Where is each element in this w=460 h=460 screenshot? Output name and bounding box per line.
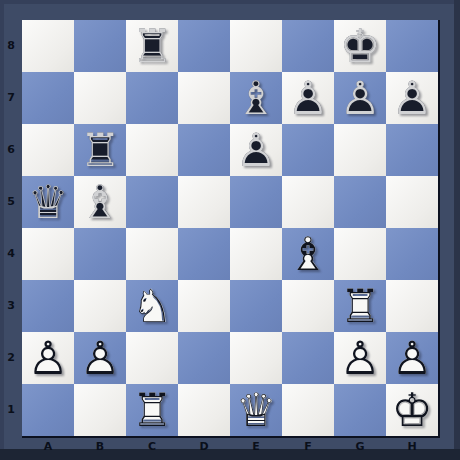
rank-label-7: 7 bbox=[0, 72, 22, 124]
piece-white-pawn: ♟♙ bbox=[74, 332, 126, 384]
frame-bevel-right bbox=[454, 0, 460, 460]
piece-glyph-outline: ♙ bbox=[22, 332, 74, 384]
square-f1[interactable] bbox=[282, 384, 334, 436]
square-f7[interactable]: ♟♙ bbox=[282, 72, 334, 124]
piece-glyph-outline: ♖ bbox=[126, 20, 178, 72]
square-b7[interactable] bbox=[74, 72, 126, 124]
piece-black-pawn: ♟♙ bbox=[282, 72, 334, 124]
square-d7[interactable] bbox=[178, 72, 230, 124]
piece-glyph-outline: ♖ bbox=[126, 384, 178, 436]
file-label-c: C bbox=[126, 438, 178, 455]
file-label-d: D bbox=[178, 438, 230, 455]
square-b3[interactable] bbox=[74, 280, 126, 332]
piece-glyph-outline: ♘ bbox=[126, 280, 178, 332]
square-f6[interactable] bbox=[282, 124, 334, 176]
square-h1[interactable]: ♚♔ bbox=[386, 384, 438, 436]
square-d2[interactable] bbox=[178, 332, 230, 384]
square-c1[interactable]: ♜♖ bbox=[126, 384, 178, 436]
piece-white-knight: ♞♘ bbox=[126, 280, 178, 332]
square-a8[interactable] bbox=[22, 20, 74, 72]
square-g5[interactable] bbox=[334, 176, 386, 228]
piece-black-rook: ♜♖ bbox=[126, 20, 178, 72]
square-h6[interactable] bbox=[386, 124, 438, 176]
square-a1[interactable] bbox=[22, 384, 74, 436]
piece-white-pawn: ♟♙ bbox=[22, 332, 74, 384]
file-label-g: G bbox=[334, 438, 386, 455]
rank-label-5: 5 bbox=[0, 176, 22, 228]
file-labels: ABCDEFGH bbox=[22, 438, 438, 455]
piece-black-pawn: ♟♙ bbox=[230, 124, 282, 176]
piece-glyph-outline: ♙ bbox=[386, 72, 438, 124]
square-c2[interactable] bbox=[126, 332, 178, 384]
square-b5[interactable]: ♝♗ bbox=[74, 176, 126, 228]
square-h3[interactable] bbox=[386, 280, 438, 332]
piece-glyph-outline: ♖ bbox=[74, 124, 126, 176]
square-d5[interactable] bbox=[178, 176, 230, 228]
square-a7[interactable] bbox=[22, 72, 74, 124]
square-h7[interactable]: ♟♙ bbox=[386, 72, 438, 124]
rank-label-1: 1 bbox=[0, 384, 22, 436]
square-d1[interactable] bbox=[178, 384, 230, 436]
square-b8[interactable] bbox=[74, 20, 126, 72]
square-f5[interactable] bbox=[282, 176, 334, 228]
piece-glyph-outline: ♙ bbox=[282, 72, 334, 124]
square-h5[interactable] bbox=[386, 176, 438, 228]
piece-glyph-outline: ♗ bbox=[74, 176, 126, 228]
piece-white-king: ♚♔ bbox=[386, 384, 438, 436]
diagram-frame: 87654321 ♜♖♚♔♝♗♟♙♟♙♟♙♜♖♟♙♛♕♝♗♝♗♞♘♜♖♟♙♟♙♟… bbox=[0, 0, 460, 460]
piece-glyph-outline: ♖ bbox=[334, 280, 386, 332]
rank-label-8: 8 bbox=[0, 20, 22, 72]
file-label-b: B bbox=[74, 438, 126, 455]
piece-glyph-outline: ♙ bbox=[74, 332, 126, 384]
square-g2[interactable]: ♟♙ bbox=[334, 332, 386, 384]
square-e3[interactable] bbox=[230, 280, 282, 332]
square-h2[interactable]: ♟♙ bbox=[386, 332, 438, 384]
square-d4[interactable] bbox=[178, 228, 230, 280]
square-a5[interactable]: ♛♕ bbox=[22, 176, 74, 228]
rank-label-2: 2 bbox=[0, 332, 22, 384]
frame-bevel-top bbox=[0, 0, 460, 4]
square-e4[interactable] bbox=[230, 228, 282, 280]
rank-labels: 87654321 bbox=[0, 20, 22, 436]
file-label-a: A bbox=[22, 438, 74, 455]
square-e8[interactable] bbox=[230, 20, 282, 72]
piece-black-rook: ♜♖ bbox=[74, 124, 126, 176]
piece-glyph-outline: ♔ bbox=[386, 384, 438, 436]
piece-glyph-outline: ♙ bbox=[230, 124, 282, 176]
piece-white-pawn: ♟♙ bbox=[334, 332, 386, 384]
piece-white-rook: ♜♖ bbox=[126, 384, 178, 436]
square-f8[interactable] bbox=[282, 20, 334, 72]
square-g7[interactable]: ♟♙ bbox=[334, 72, 386, 124]
piece-glyph-outline: ♕ bbox=[230, 384, 282, 436]
piece-black-king: ♚♔ bbox=[334, 20, 386, 72]
square-a3[interactable] bbox=[22, 280, 74, 332]
piece-black-bishop: ♝♗ bbox=[74, 176, 126, 228]
square-f4[interactable]: ♝♗ bbox=[282, 228, 334, 280]
piece-white-bishop: ♝♗ bbox=[282, 228, 334, 280]
square-c4[interactable] bbox=[126, 228, 178, 280]
square-b4[interactable] bbox=[74, 228, 126, 280]
piece-black-bishop: ♝♗ bbox=[230, 72, 282, 124]
square-b6[interactable]: ♜♖ bbox=[74, 124, 126, 176]
square-f2[interactable] bbox=[282, 332, 334, 384]
rank-label-4: 4 bbox=[0, 228, 22, 280]
file-label-h: H bbox=[386, 438, 438, 455]
file-label-e: E bbox=[230, 438, 282, 455]
piece-black-pawn: ♟♙ bbox=[386, 72, 438, 124]
square-g1[interactable] bbox=[334, 384, 386, 436]
square-e1[interactable]: ♛♕ bbox=[230, 384, 282, 436]
square-e6[interactable]: ♟♙ bbox=[230, 124, 282, 176]
square-g4[interactable] bbox=[334, 228, 386, 280]
board: ♜♖♚♔♝♗♟♙♟♙♟♙♜♖♟♙♛♕♝♗♝♗♞♘♜♖♟♙♟♙♟♙♟♙♜♖♛♕♚♔ bbox=[22, 20, 440, 438]
square-e7[interactable]: ♝♗ bbox=[230, 72, 282, 124]
piece-white-queen: ♛♕ bbox=[230, 384, 282, 436]
piece-white-pawn: ♟♙ bbox=[386, 332, 438, 384]
square-e5[interactable] bbox=[230, 176, 282, 228]
piece-black-queen: ♛♕ bbox=[22, 176, 74, 228]
piece-white-rook: ♜♖ bbox=[334, 280, 386, 332]
piece-black-pawn: ♟♙ bbox=[334, 72, 386, 124]
piece-glyph-outline: ♗ bbox=[230, 72, 282, 124]
square-g8[interactable]: ♚♔ bbox=[334, 20, 386, 72]
square-a6[interactable] bbox=[22, 124, 74, 176]
square-c6[interactable] bbox=[126, 124, 178, 176]
square-c5[interactable] bbox=[126, 176, 178, 228]
square-c8[interactable]: ♜♖ bbox=[126, 20, 178, 72]
square-a4[interactable] bbox=[22, 228, 74, 280]
square-d3[interactable] bbox=[178, 280, 230, 332]
piece-glyph-outline: ♙ bbox=[334, 332, 386, 384]
square-b2[interactable]: ♟♙ bbox=[74, 332, 126, 384]
rank-label-6: 6 bbox=[0, 124, 22, 176]
square-c3[interactable]: ♞♘ bbox=[126, 280, 178, 332]
square-c7[interactable] bbox=[126, 72, 178, 124]
square-g3[interactable]: ♜♖ bbox=[334, 280, 386, 332]
square-h4[interactable] bbox=[386, 228, 438, 280]
square-d8[interactable] bbox=[178, 20, 230, 72]
square-g6[interactable] bbox=[334, 124, 386, 176]
square-d6[interactable] bbox=[178, 124, 230, 176]
square-h8[interactable] bbox=[386, 20, 438, 72]
piece-glyph-outline: ♗ bbox=[282, 228, 334, 280]
square-e2[interactable] bbox=[230, 332, 282, 384]
square-b1[interactable] bbox=[74, 384, 126, 436]
piece-glyph-outline: ♙ bbox=[334, 72, 386, 124]
square-a2[interactable]: ♟♙ bbox=[22, 332, 74, 384]
piece-glyph-outline: ♕ bbox=[22, 176, 74, 228]
piece-glyph-outline: ♔ bbox=[334, 20, 386, 72]
file-label-f: F bbox=[282, 438, 334, 455]
rank-label-3: 3 bbox=[0, 280, 22, 332]
piece-glyph-outline: ♙ bbox=[386, 332, 438, 384]
square-f3[interactable] bbox=[282, 280, 334, 332]
